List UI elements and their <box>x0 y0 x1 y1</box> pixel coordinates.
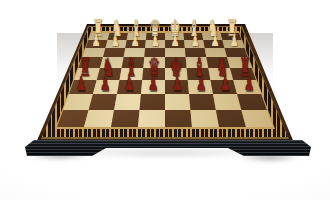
chess-board: ♜♞♝♛♚♝♞♜♟♟♟♟♟♟♟♟♜♞♝♛♚♝♞♜♟♟♟♟♟♟♟♟ <box>57 33 273 127</box>
photo-background: ♜♞♝♛♚♝♞♜♟♟♟♟♟♟♟♟♜♞♝♛♚♝♞♜♟♟♟♟♟♟♟♟ <box>0 0 330 200</box>
